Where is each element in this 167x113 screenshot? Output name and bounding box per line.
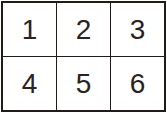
cell-value: 2 xyxy=(76,16,92,44)
cell-value: 5 xyxy=(76,70,92,98)
grid-cell-r2c3: 6 xyxy=(111,57,164,110)
grid-cell-r2c2: 5 xyxy=(57,57,110,110)
number-grid: 1 2 3 4 5 6 xyxy=(1,1,166,112)
cell-value: 3 xyxy=(130,16,146,44)
cell-value: 4 xyxy=(22,70,38,98)
grid-cell-r1c3: 3 xyxy=(111,3,164,56)
grid-cell-r1c1: 1 xyxy=(3,3,56,56)
cell-value: 1 xyxy=(22,16,38,44)
grid-cell-r2c1: 4 xyxy=(3,57,56,110)
cell-value: 6 xyxy=(130,70,146,98)
grid-cell-r1c2: 2 xyxy=(57,3,110,56)
